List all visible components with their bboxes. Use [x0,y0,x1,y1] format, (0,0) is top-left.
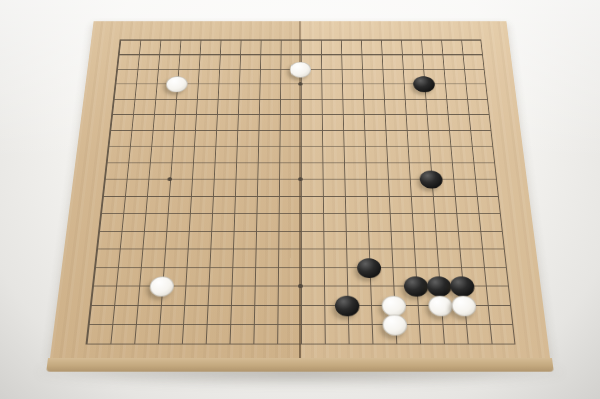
photo [0,0,600,399]
star-point [167,177,172,181]
stone-black-n5[interactable] [357,258,382,278]
goban-grid[interactable] [72,33,527,355]
star-point [298,284,303,288]
stone-black-q4[interactable] [426,276,452,296]
stone-white-o3[interactable] [381,295,406,316]
star-point [298,82,302,85]
stone-white-k17[interactable] [290,62,311,78]
star-point [298,177,303,181]
goban-board [50,21,550,358]
board-front-edge [46,358,554,372]
stone-black-p4[interactable] [403,276,428,296]
stone-white-o2[interactable] [382,315,408,336]
stone-black-q10[interactable] [419,171,443,189]
stone-black-q16[interactable] [413,76,436,92]
stone-black-m3[interactable] [335,295,360,316]
